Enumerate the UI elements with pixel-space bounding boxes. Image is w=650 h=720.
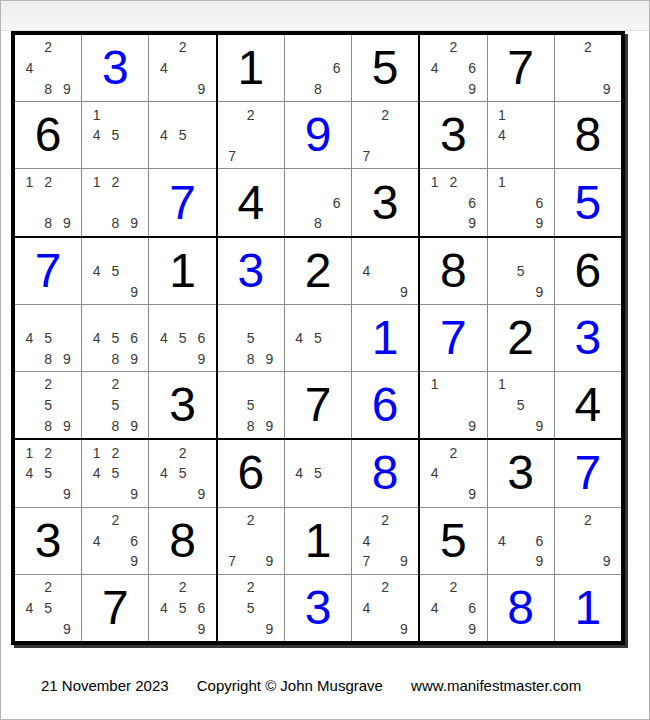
cell-r4c1[interactable]: 7 [15, 238, 81, 304]
pencil-mark: 1 [493, 374, 512, 395]
box-r1c2: 1685279274683 [218, 35, 419, 236]
cell-r3c8[interactable]: 169 [488, 169, 554, 235]
pencil-mark: 2 [106, 171, 125, 192]
cell-r9c5[interactable]: 3 [285, 575, 351, 641]
pencil-mark: 9 [463, 484, 482, 505]
pencil-marks: 589 [218, 305, 284, 371]
cell-value: 1 [305, 517, 332, 565]
pencil-mark: 4 [20, 58, 39, 79]
pencil-mark: 4 [357, 530, 376, 551]
pencil-mark: 9 [192, 484, 211, 505]
pencil-mark: 1 [493, 171, 512, 192]
cell-r8c2[interactable]: 2469 [82, 508, 148, 574]
pencil-mark: 2 [173, 442, 192, 463]
pencil-mark: 1 [20, 171, 39, 192]
pencil-mark: 7 [357, 146, 376, 167]
cell-r5c5[interactable]: 45 [285, 305, 351, 371]
pencil-marks: 29 [555, 35, 621, 101]
cell-r6c1[interactable]: 2589 [15, 372, 81, 438]
pencil-mark: 4 [87, 328, 106, 349]
sudoku-board: 2489324961454512891289716852792746832469… [11, 31, 625, 645]
pencil-mark: 9 [463, 416, 482, 437]
cell-value: 3 [440, 111, 467, 159]
pencil-mark: 7 [223, 146, 242, 167]
pencil-mark: 4 [20, 598, 39, 619]
pencil-mark: 8 [39, 416, 58, 437]
cell-r1c4[interactable]: 1 [218, 35, 284, 101]
pencil-mark: 2 [39, 442, 58, 463]
cell-r7c7[interactable]: 249 [420, 440, 486, 506]
pencil-marks: 19 [420, 372, 486, 438]
pencil-mark: 9 [57, 416, 76, 437]
pencil-mark: 1 [87, 442, 106, 463]
pencil-mark: 9 [125, 213, 144, 234]
pencil-marks: 249 [352, 575, 418, 641]
pencil-mark: 2 [39, 37, 58, 58]
pencil-mark: 9 [597, 551, 616, 572]
pencil-mark: 8 [39, 348, 58, 369]
pencil-mark: 2 [39, 374, 58, 395]
cell-r2c7[interactable]: 3 [420, 102, 486, 168]
cell-value: 3 [169, 381, 196, 429]
pencil-mark: 5 [106, 463, 125, 484]
cell-r6c3[interactable]: 3 [149, 372, 215, 438]
pencil-marks: 14 [488, 102, 554, 168]
pencil-marks: 45 [285, 440, 351, 506]
pencil-marks: 2589 [15, 372, 81, 438]
pencil-mark: 5 [173, 328, 192, 349]
cell-value: 7 [575, 449, 602, 497]
pencil-mark: 9 [57, 618, 76, 639]
pencil-mark: 4 [357, 598, 376, 619]
pencil-mark: 9 [57, 213, 76, 234]
cell-value: 1 [372, 314, 399, 362]
pencil-mark: 4 [493, 530, 512, 551]
pencil-marks: 29 [555, 508, 621, 574]
box-r2c2: 324958945158976 [218, 238, 419, 439]
pencil-marks: 45 [285, 305, 351, 371]
cell-r5c6[interactable]: 1 [352, 305, 418, 371]
cell-r4c3[interactable]: 1 [149, 238, 215, 304]
pencil-mark: 2 [173, 577, 192, 598]
footer-date: 21 November 2023 [41, 677, 169, 694]
cell-r3c3[interactable]: 7 [149, 169, 215, 235]
pencil-marks: 169 [488, 169, 554, 235]
cell-r1c1[interactable]: 2489 [15, 35, 81, 101]
pencil-marks: 589 [218, 372, 284, 438]
cell-value: 6 [575, 247, 602, 295]
cell-value: 5 [372, 44, 399, 92]
cell-r7c5[interactable]: 45 [285, 440, 351, 506]
footer: 21 November 2023 Copyright © John Musgra… [41, 677, 581, 694]
cell-r7c2[interactable]: 12459 [82, 440, 148, 506]
pencil-mark: 4 [87, 125, 106, 146]
pencil-mark: 4 [20, 328, 39, 349]
pencil-marks: 2469 [420, 35, 486, 101]
pencil-marks: 12459 [15, 440, 81, 506]
pencil-mark: 1 [425, 374, 444, 395]
cell-value: 3 [575, 314, 602, 362]
cell-r5c2[interactable]: 45689 [82, 305, 148, 371]
pencil-mark: 2 [106, 374, 125, 395]
pencil-mark: 8 [106, 213, 125, 234]
pencil-mark: 2 [39, 577, 58, 598]
pencil-mark: 2 [106, 442, 125, 463]
pencil-mark: 5 [173, 125, 192, 146]
cell-r8c5[interactable]: 1 [285, 508, 351, 574]
pencil-mark: 9 [463, 78, 482, 99]
cell-r4c5[interactable]: 2 [285, 238, 351, 304]
cell-value: 8 [575, 111, 602, 159]
cell-r6c6[interactable]: 6 [352, 372, 418, 438]
box-r1c1: 24893249614545128912897 [15, 35, 216, 236]
pencil-mark: 4 [154, 463, 173, 484]
pencil-mark: 9 [260, 551, 279, 572]
cell-r2c2[interactable]: 145 [82, 102, 148, 168]
pencil-marks: 45689 [82, 305, 148, 371]
cell-r4c2[interactable]: 459 [82, 238, 148, 304]
cell-r1c3[interactable]: 249 [149, 35, 215, 101]
cell-r7c4[interactable]: 6 [218, 440, 284, 506]
cell-value: 7 [169, 179, 196, 227]
pencil-mark: 9 [530, 416, 549, 437]
pencil-mark: 2 [39, 171, 58, 192]
pencil-marks: 59 [488, 238, 554, 304]
pencil-mark: 5 [106, 395, 125, 416]
cell-value: 2 [507, 314, 534, 362]
pencil-mark: 6 [327, 192, 346, 213]
pencil-marks: 68 [285, 169, 351, 235]
cell-value: 8 [372, 449, 399, 497]
pencil-marks: 27 [352, 102, 418, 168]
pencil-mark: 4 [154, 58, 173, 79]
pencil-mark: 5 [309, 328, 328, 349]
pencil-mark: 4 [425, 598, 444, 619]
cell-r9c4[interactable]: 259 [218, 575, 284, 641]
pencil-mark: 6 [463, 192, 482, 213]
pencil-mark: 7 [357, 551, 376, 572]
pencil-mark: 5 [511, 395, 530, 416]
cell-r1c5[interactable]: 68 [285, 35, 351, 101]
pencil-mark: 1 [493, 104, 512, 125]
cell-r6c5[interactable]: 7 [285, 372, 351, 438]
pencil-mark: 9 [192, 348, 211, 369]
pencil-mark: 8 [39, 213, 58, 234]
pencil-mark: 5 [39, 598, 58, 619]
pencil-mark: 8 [241, 348, 260, 369]
pencil-marks: 159 [488, 372, 554, 438]
pencil-mark: 5 [511, 260, 530, 281]
pencil-mark: 2 [376, 510, 395, 531]
pencil-mark: 5 [241, 395, 260, 416]
cell-r5c1[interactable]: 4589 [15, 305, 81, 371]
pencil-mark: 9 [192, 78, 211, 99]
pencil-mark: 9 [395, 551, 414, 572]
pencil-mark: 4 [87, 463, 106, 484]
pencil-marks: 469 [488, 508, 554, 574]
cell-value: 1 [237, 44, 264, 92]
pencil-mark: 9 [463, 618, 482, 639]
pencil-marks: 1269 [420, 169, 486, 235]
cell-r2c5[interactable]: 9 [285, 102, 351, 168]
cell-r1c9[interactable]: 29 [555, 35, 621, 101]
pencil-marks: 49 [352, 238, 418, 304]
pencil-marks: 4589 [15, 305, 81, 371]
pencil-mark: 5 [241, 328, 260, 349]
cell-value: 3 [305, 584, 332, 632]
cell-value: 8 [440, 247, 467, 295]
pencil-marks: 2469 [82, 508, 148, 574]
cell-value: 4 [575, 381, 602, 429]
cell-r1c8[interactable]: 7 [488, 35, 554, 101]
cell-r9c7[interactable]: 2469 [420, 575, 486, 641]
pencil-mark: 9 [395, 618, 414, 639]
pencil-mark: 4 [290, 328, 309, 349]
cell-r6c2[interactable]: 2589 [82, 372, 148, 438]
pencil-mark: 4 [154, 328, 173, 349]
pencil-marks: 2469 [420, 575, 486, 641]
pencil-mark: 2 [241, 104, 260, 125]
cell-r9c8[interactable]: 8 [488, 575, 554, 641]
pencil-mark: 5 [106, 328, 125, 349]
cell-r9c1[interactable]: 2459 [15, 575, 81, 641]
pencil-mark: 6 [327, 58, 346, 79]
pencil-mark: 8 [241, 416, 260, 437]
box-r2c3: 8596723191594 [420, 238, 621, 439]
cell-r2c4[interactable]: 27 [218, 102, 284, 168]
cell-r9c2[interactable]: 7 [82, 575, 148, 641]
pencil-mark: 4 [87, 260, 106, 281]
cell-r3c5[interactable]: 68 [285, 169, 351, 235]
cell-value: 3 [35, 517, 62, 565]
pencil-mark: 9 [125, 281, 144, 302]
pencil-mark: 5 [106, 260, 125, 281]
cell-r4c6[interactable]: 49 [352, 238, 418, 304]
cell-r9c9[interactable]: 1 [555, 575, 621, 641]
pencil-mark: 4 [493, 125, 512, 146]
cell-value: 7 [305, 381, 332, 429]
pencil-mark: 6 [125, 530, 144, 551]
pencil-mark: 2 [579, 510, 598, 531]
pencil-mark: 6 [192, 598, 211, 619]
cell-r6c4[interactable]: 589 [218, 372, 284, 438]
cell-value: 7 [507, 44, 534, 92]
pencil-marks: 2459 [149, 440, 215, 506]
pencil-mark: 4 [154, 125, 173, 146]
cell-value: 8 [507, 584, 534, 632]
pencil-mark: 2 [444, 442, 463, 463]
pencil-mark: 4 [425, 463, 444, 484]
footer-website[interactable]: www.manifestmaster.com [411, 677, 581, 694]
cell-value: 3 [237, 247, 264, 295]
pencil-marks: 2459 [15, 575, 81, 641]
pencil-mark: 6 [530, 192, 549, 213]
pencil-mark: 9 [260, 618, 279, 639]
pencil-mark: 8 [309, 213, 328, 234]
page-top-strip [1, 1, 649, 31]
pencil-marks: 259 [218, 575, 284, 641]
cell-r2c9[interactable]: 8 [555, 102, 621, 168]
cell-value: 3 [507, 449, 534, 497]
pencil-marks: 24569 [149, 575, 215, 641]
pencil-mark: 8 [309, 78, 328, 99]
pencil-marks: 1289 [82, 169, 148, 235]
pencil-mark: 5 [173, 598, 192, 619]
pencil-mark: 2 [106, 510, 125, 531]
pencil-mark: 6 [530, 530, 549, 551]
cell-value: 1 [169, 247, 196, 295]
pencil-mark: 2 [444, 37, 463, 58]
cell-r8c7[interactable]: 5 [420, 508, 486, 574]
cell-value: 7 [440, 314, 467, 362]
pencil-marks: 12459 [82, 440, 148, 506]
pencil-mark: 4 [87, 530, 106, 551]
pencil-mark: 6 [125, 328, 144, 349]
pencil-mark: 9 [57, 348, 76, 369]
pencil-mark: 2 [444, 577, 463, 598]
cell-r2c3[interactable]: 45 [149, 102, 215, 168]
pencil-marks: 2489 [15, 35, 81, 101]
cell-r8c3[interactable]: 8 [149, 508, 215, 574]
box-r3c3: 24937546929246981 [420, 440, 621, 641]
cell-r3c2[interactable]: 1289 [82, 169, 148, 235]
cell-r1c6[interactable]: 5 [352, 35, 418, 101]
cell-value: 5 [575, 179, 602, 227]
cell-r5c9[interactable]: 3 [555, 305, 621, 371]
cell-value: 8 [169, 517, 196, 565]
cell-r8c4[interactable]: 279 [218, 508, 284, 574]
pencil-mark: 9 [57, 484, 76, 505]
pencil-mark: 2 [376, 104, 395, 125]
cell-r3c6[interactable]: 3 [352, 169, 418, 235]
cell-r5c7[interactable]: 7 [420, 305, 486, 371]
cell-value: 6 [372, 381, 399, 429]
pencil-mark: 6 [463, 58, 482, 79]
cell-r9c6[interactable]: 249 [352, 575, 418, 641]
box-r1c3: 2469729314812691695 [420, 35, 621, 236]
pencil-marks: 145 [82, 102, 148, 168]
cell-value: 9 [305, 111, 332, 159]
cell-r5c8[interactable]: 2 [488, 305, 554, 371]
cell-value: 2 [305, 247, 332, 295]
cell-r7c9[interactable]: 7 [555, 440, 621, 506]
pencil-mark: 4 [20, 463, 39, 484]
pencil-mark: 9 [125, 551, 144, 572]
pencil-mark: 9 [125, 484, 144, 505]
pencil-mark: 4 [154, 598, 173, 619]
cell-r2c8[interactable]: 14 [488, 102, 554, 168]
cell-r7c8[interactable]: 3 [488, 440, 554, 506]
cell-r1c7[interactable]: 2469 [420, 35, 486, 101]
cell-r8c1[interactable]: 3 [15, 508, 81, 574]
pencil-mark: 9 [125, 416, 144, 437]
cell-r2c1[interactable]: 6 [15, 102, 81, 168]
cell-r9c3[interactable]: 24569 [149, 575, 215, 641]
pencil-mark: 2 [241, 577, 260, 598]
pencil-mark: 4 [357, 260, 376, 281]
footer-copyright: Copyright © John Musgrave [197, 677, 383, 694]
pencil-marks: 459 [82, 238, 148, 304]
pencil-mark: 9 [57, 78, 76, 99]
pencil-mark: 1 [87, 171, 106, 192]
box-r3c1: 124591245924593246982459724569 [15, 440, 216, 641]
cell-r3c7[interactable]: 1269 [420, 169, 486, 235]
cell-value: 5 [440, 517, 467, 565]
cell-r5c3[interactable]: 4569 [149, 305, 215, 371]
pencil-mark: 9 [260, 416, 279, 437]
pencil-mark: 8 [106, 416, 125, 437]
pencil-mark: 5 [309, 463, 328, 484]
pencil-marks: 27 [218, 102, 284, 168]
cell-r7c1[interactable]: 12459 [15, 440, 81, 506]
pencil-mark: 9 [530, 551, 549, 572]
cell-r8c9[interactable]: 29 [555, 508, 621, 574]
cell-r6c7[interactable]: 19 [420, 372, 486, 438]
pencil-mark: 8 [106, 348, 125, 369]
pencil-mark: 9 [530, 213, 549, 234]
pencil-marks: 2589 [82, 372, 148, 438]
pencil-mark: 9 [597, 78, 616, 99]
pencil-mark: 1 [425, 171, 444, 192]
pencil-mark: 5 [241, 598, 260, 619]
pencil-mark: 5 [39, 463, 58, 484]
cell-r7c3[interactable]: 2459 [149, 440, 215, 506]
pencil-mark: 9 [395, 281, 414, 302]
cell-r6c9[interactable]: 4 [555, 372, 621, 438]
pencil-mark: 5 [39, 328, 58, 349]
cell-r7c6[interactable]: 8 [352, 440, 418, 506]
cell-r1c2[interactable]: 3 [82, 35, 148, 101]
pencil-mark: 8 [39, 78, 58, 99]
cell-value: 6 [35, 111, 62, 159]
pencil-mark: 2 [241, 510, 260, 531]
pencil-mark: 9 [192, 618, 211, 639]
pencil-mark: 2 [444, 171, 463, 192]
box-r3c2: 6458279124792593249 [218, 440, 419, 641]
pencil-marks: 249 [420, 440, 486, 506]
pencil-mark: 9 [530, 281, 549, 302]
pencil-mark: 2 [173, 37, 192, 58]
pencil-marks: 1289 [15, 169, 81, 235]
cell-value: 7 [35, 247, 62, 295]
pencil-marks: 45 [149, 102, 215, 168]
cell-r8c8[interactable]: 469 [488, 508, 554, 574]
pencil-mark: 9 [125, 348, 144, 369]
cell-r4c9[interactable]: 6 [555, 238, 621, 304]
pencil-mark: 9 [260, 348, 279, 369]
pencil-mark: 1 [20, 442, 39, 463]
cell-r3c9[interactable]: 5 [555, 169, 621, 235]
cell-value: 6 [237, 449, 264, 497]
cell-r8c6[interactable]: 2479 [352, 508, 418, 574]
cell-r3c1[interactable]: 1289 [15, 169, 81, 235]
pencil-mark: 2 [376, 577, 395, 598]
pencil-mark: 1 [87, 104, 106, 125]
pencil-mark: 9 [463, 213, 482, 234]
cell-r5c4[interactable]: 589 [218, 305, 284, 371]
cell-r6c8[interactable]: 159 [488, 372, 554, 438]
pencil-marks: 249 [149, 35, 215, 101]
cell-r4c7[interactable]: 8 [420, 238, 486, 304]
pencil-marks: 68 [285, 35, 351, 101]
cell-r2c6[interactable]: 27 [352, 102, 418, 168]
cell-r3c4[interactable]: 4 [218, 169, 284, 235]
pencil-mark: 6 [192, 328, 211, 349]
cell-r4c8[interactable]: 59 [488, 238, 554, 304]
pencil-mark: 5 [173, 463, 192, 484]
cell-r4c4[interactable]: 3 [218, 238, 284, 304]
pencil-marks: 279 [218, 508, 284, 574]
